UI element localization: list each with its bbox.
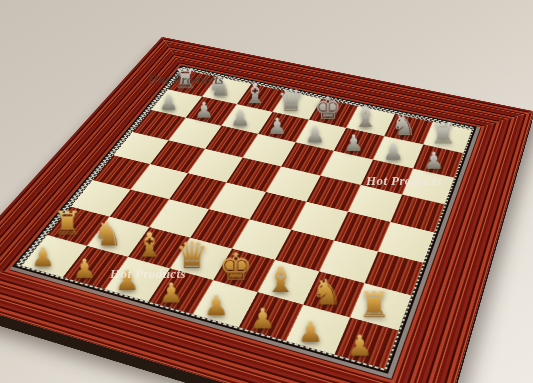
product-photo-background: ♜♞♝♛♚♝♞♜♟♟♟♟♟♟♟♟♜♞♝♛♚♝♞♜♟♟♟♟♟♟♟♟ Hot Pro… xyxy=(0,0,533,383)
piece-gold-queen: ♛ xyxy=(168,236,215,274)
piece-silver-knight: ♞ xyxy=(384,111,424,140)
piece-gold-pawn: ♟ xyxy=(61,256,109,283)
square-b3 xyxy=(110,190,170,228)
square-d1: ♟ xyxy=(148,269,213,315)
board-scene: ♜♞♝♛♚♝♞♜♟♟♟♟♟♟♟♟♜♞♝♛♚♝♞♜♟♟♟♟♟♟♟♟ xyxy=(0,0,533,383)
piece-silver-pawn: ♟ xyxy=(333,132,374,155)
square-f7: ♟ xyxy=(334,128,385,160)
piece-gold-pawn: ♟ xyxy=(334,331,386,360)
piece-gold-pawn: ♟ xyxy=(146,280,195,307)
chess-board: ♜♞♝♛♚♝♞♜♟♟♟♟♟♟♟♟♜♞♝♛♚♝♞♜♟♟♟♟♟♟♟♟ xyxy=(0,37,533,383)
piece-gold-pawn: ♟ xyxy=(103,267,152,294)
piece-gold-rook: ♜ xyxy=(349,287,399,323)
piece-gold-pawn: ♟ xyxy=(19,244,66,270)
piece-silver-rook: ♜ xyxy=(423,119,464,148)
square-b5 xyxy=(150,140,205,173)
